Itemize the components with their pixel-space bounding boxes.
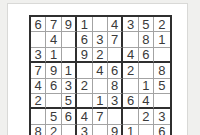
cell-r8c2: 2 xyxy=(46,125,61,135)
cell-r4c8 xyxy=(139,63,154,78)
cell-r3c5: 2 xyxy=(93,48,108,63)
cell-r7c1 xyxy=(31,109,46,124)
cell-r1c6: 4 xyxy=(108,17,123,32)
cell-r5c9: 5 xyxy=(154,79,169,94)
cell-r5c6: 8 xyxy=(108,79,123,94)
cell-r4c7: 2 xyxy=(123,63,138,78)
cell-r3c8: 6 xyxy=(139,48,154,63)
cell-r7c6 xyxy=(108,109,123,124)
cell-r6c7: 6 xyxy=(123,94,138,109)
cell-r4c5: 4 xyxy=(93,63,108,78)
cell-r4c2: 9 xyxy=(46,63,61,78)
cell-r5c1: 4 xyxy=(31,79,46,94)
cell-r2c1 xyxy=(31,32,46,47)
cell-r7c7 xyxy=(123,109,138,124)
cell-r2c7 xyxy=(123,32,138,47)
cell-r6c8: 4 xyxy=(139,94,154,109)
cell-r6c1: 2 xyxy=(31,94,46,109)
cell-r4c3: 1 xyxy=(62,63,77,78)
cell-r6c3: 5 xyxy=(62,94,77,109)
cell-r6c9 xyxy=(154,94,169,109)
cell-r2c4: 6 xyxy=(77,32,92,47)
cell-r8c3 xyxy=(62,125,77,135)
cell-r2c5: 3 xyxy=(93,32,108,47)
cell-r8c4: 3 xyxy=(77,125,92,135)
cell-r8c7: 1 xyxy=(123,125,138,135)
cell-r8c9: 6 xyxy=(154,125,169,135)
cell-r5c5 xyxy=(93,79,108,94)
cell-r1c5 xyxy=(93,17,108,32)
cell-r4c4 xyxy=(77,63,92,78)
cell-r8c1: 8 xyxy=(31,125,46,135)
sudoku-board: 6791435246378131924679146284632815251364… xyxy=(29,15,172,135)
cell-r4c1: 7 xyxy=(31,63,46,78)
cell-r4c9: 8 xyxy=(154,63,169,78)
cell-r1c2: 7 xyxy=(46,17,61,32)
cell-r8c5 xyxy=(93,125,108,135)
cell-r3c3 xyxy=(62,48,77,63)
cell-r1c3: 9 xyxy=(62,17,77,32)
cell-r3c9 xyxy=(154,48,169,63)
cell-r1c8: 5 xyxy=(139,17,154,32)
page: 6791435246378131924679146284632815251364… xyxy=(0,0,200,135)
cell-r1c1: 6 xyxy=(31,17,46,32)
cell-r7c2: 5 xyxy=(46,109,61,124)
cell-r2c8: 8 xyxy=(139,32,154,47)
cell-r5c4: 2 xyxy=(77,79,92,94)
cell-r5c7 xyxy=(123,79,138,94)
cell-r4c6: 6 xyxy=(108,63,123,78)
cell-r3c6 xyxy=(108,48,123,63)
cell-r2c2: 4 xyxy=(46,32,61,47)
cell-r1c9: 2 xyxy=(154,17,169,32)
cell-r8c6: 9 xyxy=(108,125,123,135)
cell-r6c6: 3 xyxy=(108,94,123,109)
cell-r3c7: 4 xyxy=(123,48,138,63)
cell-r2c3 xyxy=(62,32,77,47)
cell-r5c8: 1 xyxy=(139,79,154,94)
cell-r5c3: 3 xyxy=(62,79,77,94)
cell-r7c9: 3 xyxy=(154,109,169,124)
cell-r7c3: 6 xyxy=(62,109,77,124)
cell-r5c2: 6 xyxy=(46,79,61,94)
cell-r7c5: 7 xyxy=(93,109,108,124)
cell-r8c8 xyxy=(139,125,154,135)
cell-r1c7: 3 xyxy=(123,17,138,32)
cell-r2c6: 7 xyxy=(108,32,123,47)
cell-r3c2: 1 xyxy=(46,48,61,63)
cell-r3c4: 9 xyxy=(77,48,92,63)
cell-r1c4: 1 xyxy=(77,17,92,32)
cell-r6c5: 1 xyxy=(93,94,108,109)
cell-r3c1: 3 xyxy=(31,48,46,63)
cell-r6c2 xyxy=(46,94,61,109)
cell-r6c4 xyxy=(77,94,92,109)
cell-r7c8: 2 xyxy=(139,109,154,124)
cell-r2c9: 1 xyxy=(154,32,169,47)
cell-r7c4: 4 xyxy=(77,109,92,124)
